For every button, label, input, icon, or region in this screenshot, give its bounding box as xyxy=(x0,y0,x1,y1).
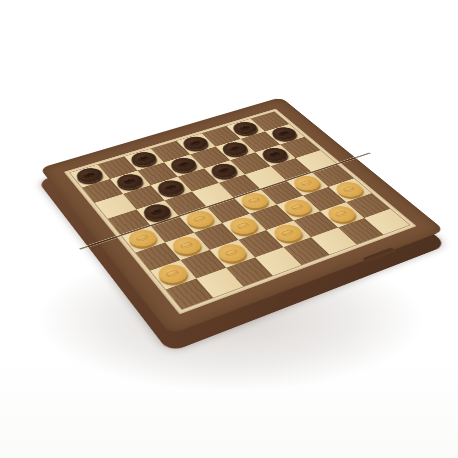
square-r8c5[interactable] xyxy=(283,237,329,265)
light-man-r7c1[interactable]: ⛀ xyxy=(153,261,192,286)
square-r4c2[interactable]: ⛂ xyxy=(137,200,180,225)
square-r8c6[interactable] xyxy=(311,228,357,255)
square-r8c7[interactable] xyxy=(338,218,383,244)
square-r5c1[interactable]: ⛀ xyxy=(121,226,165,253)
light-man-r6c2[interactable]: ⛀ xyxy=(168,234,206,258)
light-man-r7c7[interactable]: ⛀ xyxy=(322,203,360,225)
square-r5c2[interactable] xyxy=(151,216,195,242)
square-r6c3[interactable] xyxy=(194,223,238,250)
light-man-r6c4[interactable]: ⛀ xyxy=(225,215,263,237)
square-r7c3[interactable]: ⛀ xyxy=(210,240,255,268)
light-man-r5c1[interactable]: ⛀ xyxy=(124,227,162,250)
square-r6c5[interactable] xyxy=(250,205,294,231)
square-r7c2[interactable] xyxy=(180,250,226,279)
photo-background: ⛂⛂⛂⛂⛂⛂⛂⛂⛂⛂⛂⛂⛀⛀⛀⛀⛀⛀⛀⛀⛀⛀⛀⛀ xyxy=(0,0,458,458)
square-r7c4[interactable] xyxy=(238,230,283,257)
square-r8c1[interactable] xyxy=(166,278,213,309)
square-r8c3[interactable] xyxy=(226,257,273,286)
light-man-r7c5[interactable]: ⛀ xyxy=(269,222,307,245)
square-r6c1[interactable] xyxy=(136,243,181,271)
square-r7c7[interactable]: ⛀ xyxy=(320,202,364,227)
light-man-r7c3[interactable]: ⛀ xyxy=(212,241,251,265)
square-r6c6[interactable]: ⛀ xyxy=(277,196,320,221)
square-r8c8[interactable] xyxy=(364,209,409,235)
square-r6c2[interactable]: ⛀ xyxy=(165,233,210,260)
square-r6c4[interactable]: ⛀ xyxy=(222,214,266,240)
square-r8c2[interactable] xyxy=(196,268,243,298)
square-r8c4[interactable] xyxy=(255,247,301,275)
square-r4c1[interactable] xyxy=(108,209,151,235)
dark-man-r4c2[interactable]: ⛂ xyxy=(139,201,176,223)
light-man-r6c6[interactable]: ⛀ xyxy=(279,197,316,218)
light-man-r5c3[interactable]: ⛀ xyxy=(181,208,218,230)
square-r5c3[interactable]: ⛀ xyxy=(179,207,222,233)
square-r7c1[interactable]: ⛀ xyxy=(150,260,196,289)
square-r5c4[interactable] xyxy=(207,198,250,223)
square-r7c6[interactable] xyxy=(294,211,338,237)
square-r7c5[interactable]: ⛀ xyxy=(266,221,311,248)
